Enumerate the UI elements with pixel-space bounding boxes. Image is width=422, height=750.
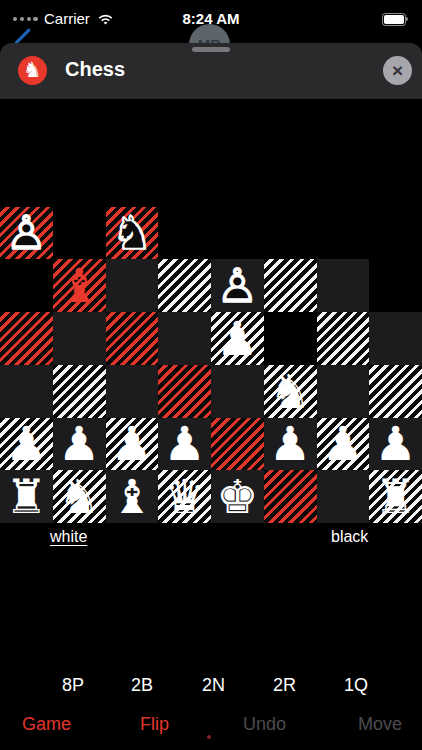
piece-white-pawn: ♟ [164, 420, 206, 467]
square-b8[interactable] [53, 101, 106, 154]
square-a1[interactable]: ♜ [0, 470, 53, 523]
square-b7[interactable] [53, 154, 106, 207]
square-h3[interactable] [369, 365, 422, 418]
sheet-header: ♞ Chess × [0, 43, 422, 99]
square-b6[interactable] [53, 207, 106, 260]
square-f8[interactable] [264, 101, 317, 154]
knight-logo-icon: ♞ [23, 60, 42, 81]
square-h1[interactable]: ♜ [369, 470, 422, 523]
square-g1[interactable] [317, 470, 370, 523]
square-d4[interactable] [158, 312, 211, 365]
material-item-2r[interactable]: 2R [273, 675, 296, 696]
square-e7[interactable] [211, 154, 264, 207]
square-h5[interactable] [369, 259, 422, 312]
square-a7[interactable] [0, 154, 53, 207]
square-e3[interactable] [211, 365, 264, 418]
square-e5[interactable]: ♟♙ [211, 259, 264, 312]
game-button[interactable]: Game [22, 714, 71, 735]
square-c8[interactable] [106, 101, 159, 154]
square-a8[interactable] [0, 101, 53, 154]
close-button[interactable]: × [383, 56, 412, 85]
material-item-2b[interactable]: 2B [131, 675, 153, 696]
square-h8[interactable] [369, 101, 422, 154]
square-d6[interactable] [158, 207, 211, 260]
square-e2[interactable] [211, 418, 264, 471]
chess-app-icon: ♞ [18, 56, 47, 85]
piece-white-knight: ♞ [58, 473, 100, 520]
square-f2[interactable]: ♟ [264, 418, 317, 471]
piece-white-pawn: ♟ [216, 315, 258, 362]
piece-black-knight: ♞♘ [111, 209, 153, 256]
square-b3[interactable] [53, 365, 106, 418]
square-b1[interactable]: ♞ [53, 470, 106, 523]
material-bar: 8P2B2N2R1Q [0, 668, 422, 708]
side-label-white[interactable]: white [50, 528, 87, 546]
square-e4[interactable]: ♟ [211, 312, 264, 365]
square-g5[interactable] [317, 259, 370, 312]
square-d2[interactable]: ♟ [158, 418, 211, 471]
piece-black-bishop-selected: ♝ [58, 262, 100, 309]
square-h4[interactable] [369, 312, 422, 365]
piece-white-pawn: ♟ [322, 420, 364, 467]
square-e1[interactable]: ♚ [211, 470, 264, 523]
piece-white-pawn: ♟ [375, 420, 417, 467]
screen: Carrier 8:24 AM MB ♞ Chess × ♟♙♞♘♝♟♙♟♞♟♟… [0, 0, 422, 750]
square-f6[interactable] [264, 207, 317, 260]
square-b2[interactable]: ♟ [53, 418, 106, 471]
piece-white-rook: ♜ [375, 473, 417, 520]
square-d1[interactable]: ♛ [158, 470, 211, 523]
page-title: Chess [65, 58, 125, 81]
piece-black-pawn: ♟♙ [216, 262, 258, 309]
square-d7[interactable] [158, 154, 211, 207]
square-h2[interactable]: ♟ [369, 418, 422, 471]
piece-white-pawn: ♟ [5, 420, 47, 467]
square-f4[interactable] [264, 312, 317, 365]
square-a3[interactable] [0, 365, 53, 418]
square-c1[interactable]: ♝ [106, 470, 159, 523]
square-e8[interactable] [211, 101, 264, 154]
piece-white-pawn: ♟ [58, 420, 100, 467]
square-c2[interactable]: ♟ [106, 418, 159, 471]
square-a4[interactable] [0, 312, 53, 365]
bottom-toolbar: GameFlipUndoMove [0, 708, 422, 742]
piece-white-bishop: ♝ [111, 473, 153, 520]
square-g2[interactable]: ♟ [317, 418, 370, 471]
square-h7[interactable] [369, 154, 422, 207]
square-d8[interactable] [158, 101, 211, 154]
undo-button: Undo [243, 714, 286, 735]
side-label-black[interactable]: black [331, 528, 368, 546]
piece-white-pawn: ♟ [269, 420, 311, 467]
move-button: Move [358, 714, 402, 735]
square-f1[interactable] [264, 470, 317, 523]
square-f5[interactable] [264, 259, 317, 312]
piece-white-queen: ♛ [164, 473, 206, 520]
square-g4[interactable] [317, 312, 370, 365]
square-e6[interactable] [211, 207, 264, 260]
square-b4[interactable] [53, 312, 106, 365]
square-c7[interactable] [106, 154, 159, 207]
material-item-2n[interactable]: 2N [202, 675, 225, 696]
square-c5[interactable] [106, 259, 159, 312]
piece-white-rook: ♜ [5, 473, 47, 520]
square-c3[interactable] [106, 365, 159, 418]
square-a5[interactable] [0, 259, 53, 312]
square-d3[interactable] [158, 365, 211, 418]
material-item-1q[interactable]: 1Q [344, 675, 368, 696]
square-h6[interactable] [369, 207, 422, 260]
chess-board: ♟♙♞♘♝♟♙♟♞♟♟♟♟♟♟♟♜♞♝♛♚♜ [0, 101, 422, 523]
battery-icon [382, 13, 406, 26]
material-item-8p[interactable]: 8P [62, 675, 84, 696]
square-g3[interactable] [317, 365, 370, 418]
square-a6[interactable]: ♟♙ [0, 207, 53, 260]
piece-white-pawn: ♟ [111, 420, 153, 467]
piece-black-pawn: ♟♙ [5, 209, 47, 256]
piece-white-knight: ♞ [269, 368, 311, 415]
flip-button[interactable]: Flip [140, 714, 169, 735]
square-c6[interactable]: ♞♘ [106, 207, 159, 260]
square-d5[interactable] [158, 259, 211, 312]
piece-white-king: ♚ [216, 473, 258, 520]
square-g6[interactable] [317, 207, 370, 260]
square-b5[interactable]: ♝ [53, 259, 106, 312]
square-f3[interactable]: ♞ [264, 365, 317, 418]
square-f7[interactable] [264, 154, 317, 207]
square-g8[interactable] [317, 101, 370, 154]
square-c4[interactable] [106, 312, 159, 365]
drag-handle[interactable] [192, 47, 230, 52]
square-g7[interactable] [317, 154, 370, 207]
page-indicator-dot [207, 735, 211, 739]
square-a2[interactable]: ♟ [0, 418, 53, 471]
